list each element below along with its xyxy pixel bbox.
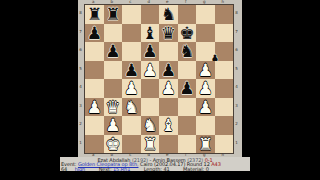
square-h7[interactable] — [215, 24, 234, 43]
rank-label-5: 5 — [234, 60, 239, 79]
square-c6[interactable] — [122, 42, 141, 61]
square-h8[interactable] — [215, 5, 234, 24]
rank-label-2: 2 — [234, 115, 239, 134]
square-d8[interactable] — [141, 5, 160, 24]
video-frame: { "game": "chess", "position": { "fen": … — [0, 0, 320, 180]
white-queen-b3[interactable]: ♛ — [104, 98, 123, 117]
rank-label-6: 6 — [234, 41, 239, 60]
square-h2[interactable] — [215, 116, 234, 135]
square-h5[interactable] — [215, 61, 234, 80]
white-knight-c3[interactable]: ♞ — [122, 98, 141, 117]
square-d4[interactable] — [141, 79, 160, 98]
square-f1[interactable] — [178, 135, 197, 154]
rank-label-2: 2 — [78, 115, 83, 134]
square-e7[interactable]: ♛ — [159, 24, 178, 43]
white-pawn-c4[interactable]: ♟ — [122, 79, 141, 98]
chess-board-panel: abcdefgh 87654321 87654321 ♜♜♞♟♝♛♚♟♟♞♟♟♟… — [78, 0, 242, 157]
square-d7[interactable]: ♝ — [141, 24, 160, 43]
square-b7[interactable] — [104, 24, 123, 43]
white-rook-d1[interactable]: ♜ — [141, 135, 160, 154]
square-a3[interactable]: ♟ — [85, 98, 104, 117]
square-c8[interactable] — [122, 5, 141, 24]
square-c7[interactable] — [122, 24, 141, 43]
eco-code: A43 — [211, 161, 220, 167]
white-pawn-b2[interactable]: ♟ — [104, 116, 123, 135]
rank-label-3: 3 — [78, 97, 83, 116]
rank-label-4: 4 — [234, 78, 239, 97]
square-d3[interactable] — [141, 98, 160, 117]
white-bishop-e2[interactable]: ♝ — [159, 116, 178, 135]
square-d2[interactable]: ♞ — [141, 116, 160, 135]
square-a7[interactable]: ♟ — [85, 24, 104, 43]
square-g8[interactable] — [196, 5, 215, 24]
rank-labels-left: 87654321 — [78, 4, 83, 152]
black-pawn-a7[interactable]: ♟ — [85, 24, 104, 43]
square-g2[interactable] — [196, 116, 215, 135]
square-b2[interactable]: ♟ — [104, 116, 123, 135]
rank-label-4: 4 — [78, 78, 83, 97]
square-c5[interactable]: ♟ — [122, 61, 141, 80]
game-info-footer: Ezat Abdallah (2192) - Amin Bassem (2372… — [60, 157, 250, 171]
square-f3[interactable] — [178, 98, 197, 117]
square-g1[interactable]: ♜ — [196, 135, 215, 154]
square-e8[interactable]: ♞ — [159, 5, 178, 24]
rank-label-1: 1 — [78, 134, 83, 153]
square-c2[interactable] — [122, 116, 141, 135]
square-c4[interactable]: ♟ — [122, 79, 141, 98]
square-d5[interactable]: ♟ — [141, 61, 160, 80]
square-e5[interactable]: ♟ — [159, 61, 178, 80]
square-f4[interactable]: ♟ — [178, 79, 197, 98]
square-a2[interactable] — [85, 116, 104, 135]
square-b1[interactable]: ♚ — [104, 135, 123, 154]
white-pawn-g3[interactable]: ♟ — [196, 98, 215, 117]
square-g3[interactable]: ♟ — [196, 98, 215, 117]
square-h1[interactable] — [215, 135, 234, 154]
square-g4[interactable]: ♟ — [196, 79, 215, 98]
rank-labels-right: 87654321 — [234, 4, 239, 152]
square-h6[interactable]: ♟ — [215, 42, 234, 61]
square-h3[interactable] — [215, 98, 234, 117]
black-pawn-c5[interactable]: ♟ — [122, 61, 141, 80]
white-pawn-d5[interactable]: ♟ — [141, 61, 160, 80]
white-pawn-a3[interactable]: ♟ — [85, 98, 104, 117]
black-pawn-d6[interactable]: ♟ — [141, 42, 160, 61]
square-b5[interactable] — [104, 61, 123, 80]
rank-label-8: 8 — [234, 4, 239, 23]
square-b8[interactable]: ♜ — [104, 5, 123, 24]
status-line: 64 high Next: 15.Rh1 Length: 41 Material… — [61, 167, 250, 171]
square-f8[interactable] — [178, 5, 197, 24]
square-d6[interactable]: ♟ — [141, 42, 160, 61]
white-pawn-e4[interactable]: ♟ — [159, 79, 178, 98]
white-pawn-g4[interactable]: ♟ — [196, 79, 215, 98]
black-knight-e8[interactable]: ♞ — [159, 5, 178, 24]
black-rook-a8[interactable]: ♜ — [85, 5, 104, 24]
move-count: 64 — [61, 166, 67, 171]
material-info: Material: 0 — [183, 166, 209, 171]
square-f2[interactable] — [178, 116, 197, 135]
black-pawn-b6[interactable]: ♟ — [104, 42, 123, 61]
square-e3[interactable] — [159, 98, 178, 117]
square-b4[interactable] — [104, 79, 123, 98]
rank-label-8: 8 — [78, 4, 83, 23]
square-b3[interactable]: ♛ — [104, 98, 123, 117]
square-e6[interactable] — [159, 42, 178, 61]
rank-label-1: 1 — [234, 134, 239, 153]
black-king-f7[interactable]: ♚ — [178, 24, 197, 43]
rank-label-5: 5 — [78, 60, 83, 79]
next-move: 15.Rh1 — [113, 166, 130, 171]
square-b6[interactable]: ♟ — [104, 42, 123, 61]
square-a1[interactable] — [85, 135, 104, 154]
white-king-b1[interactable]: ♚ — [104, 135, 123, 154]
square-a5[interactable] — [85, 61, 104, 80]
square-f7[interactable]: ♚ — [178, 24, 197, 43]
rank-label-6: 6 — [78, 41, 83, 60]
white-rook-g1[interactable]: ♜ — [196, 135, 215, 154]
rank-label-3: 3 — [234, 97, 239, 116]
square-f6[interactable]: ♞ — [178, 42, 197, 61]
black-bishop-d7[interactable]: ♝ — [141, 24, 160, 43]
quality-tag: high — [75, 166, 86, 171]
white-pawn-g5[interactable]: ♟ — [196, 61, 215, 80]
square-g7[interactable] — [196, 24, 215, 43]
square-h4[interactable] — [215, 79, 234, 98]
square-d1[interactable]: ♜ — [141, 135, 160, 154]
square-f5[interactable] — [178, 61, 197, 80]
black-queen-e7[interactable]: ♛ — [159, 24, 178, 43]
square-g5[interactable]: ♟ — [196, 61, 215, 80]
black-knight-f6[interactable]: ♞ — [178, 42, 197, 61]
rank-label-7: 7 — [78, 23, 83, 42]
square-e2[interactable]: ♝ — [159, 116, 178, 135]
black-rook-b8[interactable]: ♜ — [104, 5, 123, 24]
square-a4[interactable] — [85, 79, 104, 98]
rank-label-7: 7 — [234, 23, 239, 42]
square-a8[interactable]: ♜ — [85, 5, 104, 24]
black-pawn-e5[interactable]: ♟ — [159, 61, 178, 80]
white-knight-d2[interactable]: ♞ — [141, 116, 160, 135]
chess-board[interactable]: ♜♜♞♟♝♛♚♟♟♞♟♟♟♟♟♟♟♟♟♟♛♞♟♟♞♝♚♜♜ — [84, 4, 234, 154]
length-info: Length: 41 — [144, 166, 170, 171]
black-pawn-f4[interactable]: ♟ — [178, 79, 197, 98]
square-e1[interactable] — [159, 135, 178, 154]
next-label: Next: — [99, 166, 112, 171]
square-c3[interactable]: ♞ — [122, 98, 141, 117]
square-a6[interactable] — [85, 42, 104, 61]
square-c1[interactable] — [122, 135, 141, 154]
square-e4[interactable]: ♟ — [159, 79, 178, 98]
